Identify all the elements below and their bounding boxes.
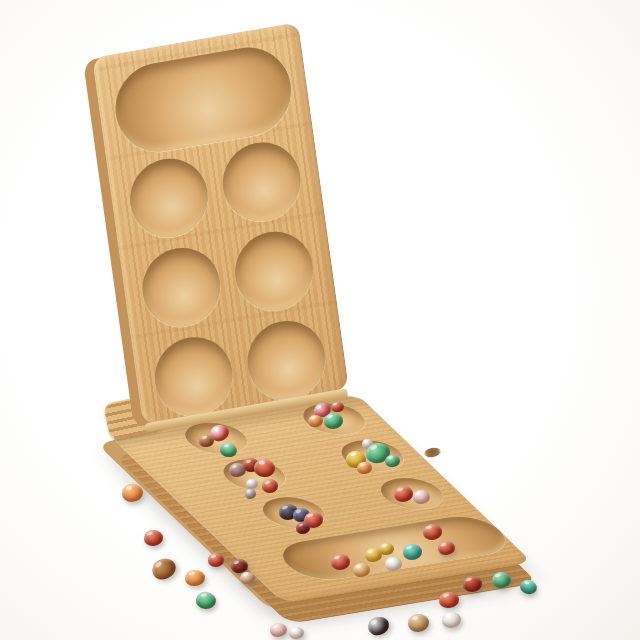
- stone-red[interactable]: [423, 524, 442, 540]
- stone-red[interactable]: [331, 554, 350, 570]
- stone-orange[interactable]: [308, 415, 323, 428]
- mancala-scene: [0, 0, 640, 640]
- stone-red[interactable]: [144, 530, 163, 546]
- stone-white[interactable]: [289, 627, 304, 640]
- stone-red[interactable]: [208, 553, 224, 566]
- stone-red[interactable]: [439, 592, 459, 609]
- stone-white[interactable]: [246, 479, 258, 489]
- stone-red[interactable]: [331, 402, 344, 413]
- stone-brown[interactable]: [149, 555, 178, 582]
- stone-teal[interactable]: [403, 544, 422, 560]
- stone-orange[interactable]: [122, 484, 143, 502]
- stone-pink[interactable]: [270, 623, 287, 637]
- stone-green[interactable]: [218, 441, 238, 459]
- stone-white[interactable]: [442, 612, 461, 628]
- stone-red[interactable]: [394, 486, 413, 502]
- stone-darkred[interactable]: [463, 576, 482, 592]
- stone-maroon[interactable]: [296, 522, 310, 534]
- stone-pink[interactable]: [413, 490, 430, 504]
- stone-layer: [0, 0, 640, 640]
- stone-yellow[interactable]: [379, 543, 394, 556]
- stone-orangetan[interactable]: [353, 563, 370, 577]
- stone-red[interactable]: [438, 541, 455, 555]
- stone-white[interactable]: [385, 557, 402, 571]
- stone-pinktan[interactable]: [240, 572, 255, 585]
- stone-orange[interactable]: [185, 570, 205, 587]
- stone-tan[interactable]: [408, 614, 429, 632]
- stone-blackwhite[interactable]: [366, 615, 391, 637]
- stone-gray[interactable]: [245, 489, 256, 498]
- stone-green[interactable]: [195, 590, 218, 610]
- stone-red[interactable]: [262, 479, 278, 492]
- stone-green[interactable]: [385, 455, 400, 468]
- stone-green[interactable]: [324, 413, 343, 429]
- stone-red[interactable]: [252, 457, 276, 478]
- stone-green[interactable]: [492, 572, 511, 588]
- stone-orange[interactable]: [357, 462, 372, 475]
- stone-teal[interactable]: [518, 577, 539, 596]
